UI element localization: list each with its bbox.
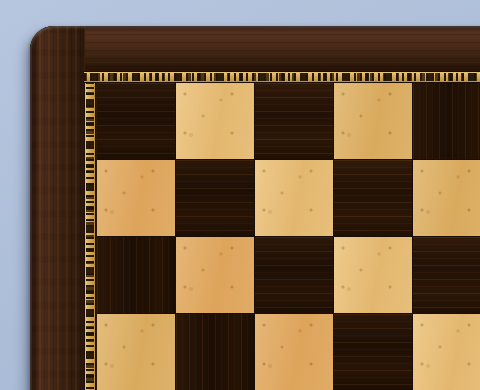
- board-square: [334, 314, 412, 390]
- chessboard: [30, 26, 480, 390]
- board-square: [334, 160, 412, 236]
- board-square: [413, 83, 480, 159]
- photo-scene: [0, 0, 480, 390]
- board-frame-left: [30, 26, 85, 390]
- board-square: [413, 237, 480, 313]
- board-square: [176, 83, 254, 159]
- board-square: [97, 237, 175, 313]
- board-square: [334, 237, 412, 313]
- board-square: [413, 314, 480, 390]
- board-square: [413, 160, 480, 236]
- board-square: [176, 314, 254, 390]
- board-square: [97, 160, 175, 236]
- board-frame-top: [30, 26, 480, 71]
- board-square: [255, 237, 333, 313]
- board-square: [255, 83, 333, 159]
- board-square: [255, 314, 333, 390]
- inlay-border-top: [84, 71, 480, 83]
- squares-grid: [97, 83, 480, 390]
- board-square: [176, 237, 254, 313]
- inlay-border-left: [84, 83, 96, 390]
- board-square: [97, 314, 175, 390]
- board-square: [97, 83, 175, 159]
- board-square: [176, 160, 254, 236]
- board-square: [334, 83, 412, 159]
- board-square: [255, 160, 333, 236]
